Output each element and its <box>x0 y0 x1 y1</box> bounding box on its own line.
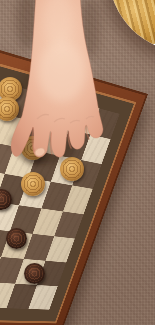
hand-overlay <box>0 0 155 325</box>
hand-highlight <box>38 42 86 102</box>
photo-scene <box>0 0 155 325</box>
